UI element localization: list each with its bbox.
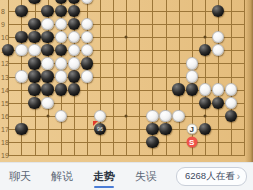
black-stone[interactable] — [199, 44, 211, 56]
white-stone[interactable] — [81, 18, 93, 30]
white-stone[interactable] — [212, 44, 224, 56]
black-stone[interactable] — [212, 97, 224, 109]
board-edge-shadow — [245, 0, 253, 162]
white-stone[interactable] — [172, 110, 184, 122]
black-stone[interactable] — [15, 31, 27, 43]
black-stone[interactable] — [41, 83, 53, 95]
white-stone[interactable] — [68, 44, 80, 56]
tab-chat[interactable]: 聊天 — [8, 163, 32, 190]
white-stone[interactable] — [55, 31, 67, 43]
black-stone[interactable] — [81, 57, 93, 69]
star-point — [203, 114, 206, 117]
black-stone[interactable] — [68, 5, 80, 17]
white-stone[interactable] — [15, 44, 27, 56]
tab-trend-label: 走势 — [93, 170, 115, 182]
grid-line-horizontal — [8, 142, 245, 143]
tab-commentary[interactable]: 解说 — [50, 163, 74, 190]
tab-commentary-label: 解说 — [51, 170, 73, 182]
black-stone[interactable] — [15, 5, 27, 17]
tab-mistakes-label: 失误 — [135, 170, 157, 182]
white-stone[interactable] — [55, 110, 67, 122]
go-board[interactable]: 891011121314151617181996JS — [0, 0, 253, 162]
black-stone[interactable] — [146, 136, 158, 148]
black-stone[interactable] — [159, 123, 171, 135]
black-stone[interactable] — [186, 83, 198, 95]
white-stone[interactable] — [186, 70, 198, 82]
star-point — [125, 114, 128, 117]
black-stone[interactable] — [68, 18, 80, 30]
black-stone[interactable] — [199, 123, 211, 135]
white-stone[interactable] — [81, 70, 93, 82]
white-stone[interactable] — [212, 83, 224, 95]
white-stone[interactable] — [68, 31, 80, 43]
white-stone[interactable] — [68, 57, 80, 69]
black-stone[interactable] — [41, 31, 53, 43]
white-stone[interactable] — [146, 110, 158, 122]
white-stone[interactable] — [15, 70, 27, 82]
black-stone[interactable] — [2, 44, 14, 56]
row-coordinate-label: 19 — [1, 152, 9, 159]
black-stone[interactable] — [68, 70, 80, 82]
black-stone[interactable] — [28, 57, 40, 69]
white-stone[interactable] — [81, 44, 93, 56]
grid-line-horizontal — [8, 155, 245, 156]
black-stone[interactable] — [55, 83, 67, 95]
black-stone[interactable] — [68, 0, 80, 4]
move-label-J[interactable]: J — [186, 123, 197, 134]
black-stone[interactable] — [212, 5, 224, 17]
row-coordinate-label: 17 — [1, 125, 9, 132]
black-stone[interactable] — [55, 5, 67, 17]
row-coordinate-label: 15 — [1, 99, 9, 106]
black-stone[interactable] — [55, 44, 67, 56]
black-stone[interactable] — [199, 97, 211, 109]
row-coordinate-label: 8 — [1, 8, 5, 15]
black-stone[interactable] — [55, 0, 67, 4]
black-stone[interactable] — [28, 97, 40, 109]
white-stone[interactable] — [28, 44, 40, 56]
black-stone[interactable] — [41, 5, 53, 17]
black-stone[interactable] — [146, 123, 158, 135]
row-coordinate-label: 13 — [1, 73, 9, 80]
row-coordinate-label: 10 — [1, 34, 9, 41]
star-point — [46, 114, 49, 117]
live-go-screen: 891011121314151617181996JS 聊天 解说 走势 失误 6… — [0, 0, 253, 190]
black-stone[interactable] — [28, 83, 40, 95]
white-stone[interactable] — [94, 110, 106, 122]
black-stone[interactable] — [172, 83, 184, 95]
black-stone[interactable] — [225, 110, 237, 122]
tab-chat-label: 聊天 — [9, 170, 31, 182]
black-stone[interactable] — [28, 70, 40, 82]
black-stone[interactable] — [28, 18, 40, 30]
suggested-move-S[interactable]: S — [186, 137, 197, 148]
white-stone[interactable] — [199, 83, 211, 95]
white-stone[interactable] — [81, 0, 93, 4]
star-point — [203, 36, 206, 39]
chevron-right-icon: › — [237, 172, 240, 182]
black-stone[interactable] — [28, 31, 40, 43]
star-point — [125, 36, 128, 39]
last-move-number: 96 — [94, 123, 106, 135]
viewers-pill[interactable]: 6268人在看 › — [176, 167, 247, 186]
row-coordinate-label: 16 — [1, 112, 9, 119]
tab-trend[interactable]: 走势 — [92, 163, 116, 190]
white-stone[interactable] — [55, 18, 67, 30]
black-stone[interactable] — [41, 44, 53, 56]
row-coordinate-label: 14 — [1, 86, 9, 93]
white-stone[interactable] — [81, 31, 93, 43]
row-coordinate-label: 9 — [1, 21, 5, 28]
white-stone[interactable] — [41, 18, 53, 30]
white-stone[interactable] — [55, 70, 67, 82]
active-tab-underline — [94, 186, 114, 189]
white-stone[interactable] — [225, 97, 237, 109]
black-stone[interactable] — [41, 70, 53, 82]
viewers-count: 6268人在看 — [185, 170, 235, 183]
row-coordinate-label: 18 — [1, 139, 9, 146]
black-stone[interactable] — [15, 123, 27, 135]
row-coordinate-label: 12 — [1, 60, 9, 67]
white-stone[interactable] — [41, 57, 53, 69]
white-stone[interactable] — [55, 57, 67, 69]
white-stone[interactable] — [41, 97, 53, 109]
bottom-tab-bar: 聊天 解说 走势 失误 6268人在看 › — [0, 162, 253, 190]
black-stone[interactable] — [28, 0, 40, 4]
white-stone[interactable] — [212, 31, 224, 43]
tab-mistakes[interactable]: 失误 — [134, 163, 158, 190]
white-stone[interactable] — [186, 57, 198, 69]
white-stone[interactable] — [225, 83, 237, 95]
white-stone[interactable] — [159, 110, 171, 122]
black-stone[interactable] — [68, 83, 80, 95]
